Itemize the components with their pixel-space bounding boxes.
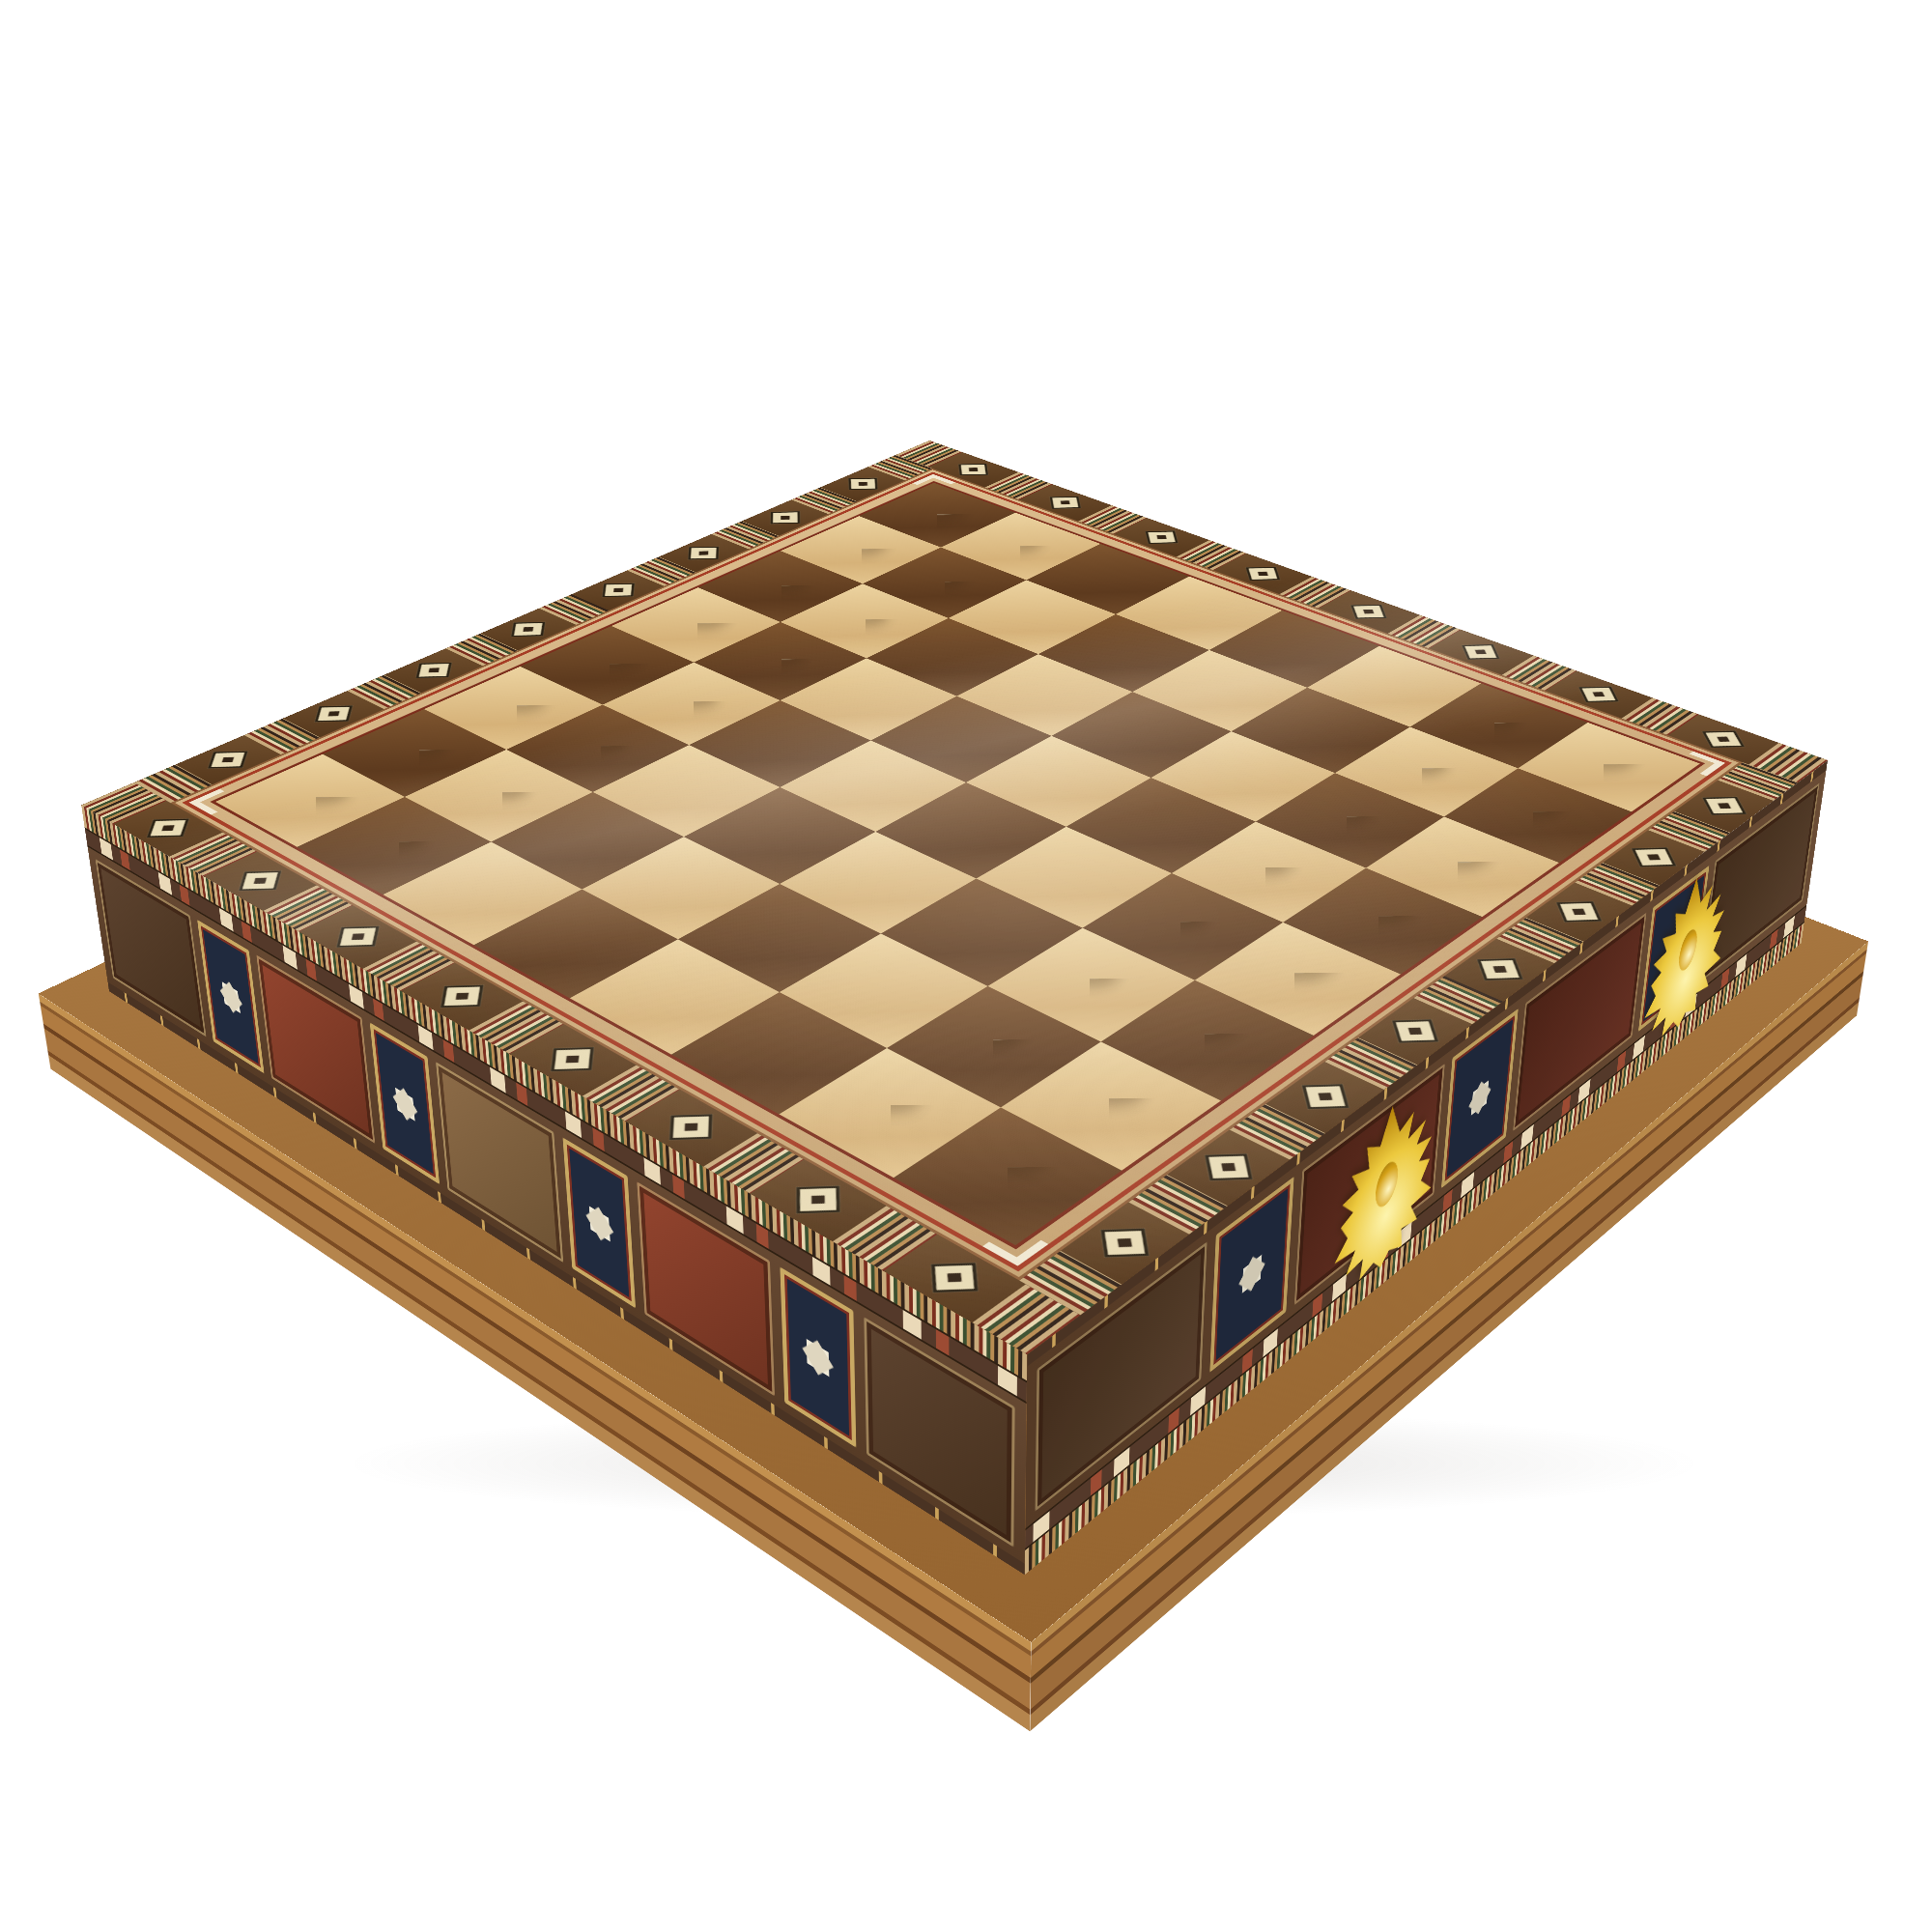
eight-point-star-inlay (217, 974, 244, 1020)
pawn-glyph: ♟ (346, 714, 451, 822)
chess-box: ♜♞♟♝♟♛♟♚♟♝♟♞♟♟♜♟♟♜♟♟♞♟♝♟♛♟♚♟♝♟♞♜ (81, 440, 1828, 1354)
eight-point-star-inlay (1466, 1072, 1492, 1123)
pawn-glyph: ♟ (451, 668, 554, 774)
piece-pedestal (280, 763, 351, 796)
eight-point-star-inlay (583, 1197, 614, 1249)
piece-pedestal (476, 768, 528, 792)
piece-pedestal (964, 1126, 1050, 1167)
piece-pedestal (372, 816, 426, 840)
rook-glyph: ♜ (916, 946, 1098, 1133)
eight-point-star-inlay (390, 1079, 419, 1128)
eight-point-star-inlay (1237, 1246, 1266, 1303)
piece-pedestal (860, 1076, 922, 1104)
photo-stage: ♜♞♟♝♟♛♟♚♟♝♟♞♟♟♜♟♟♜♟♟♞♟♝♟♛♟♚♟♝♟♞♜ (0, 0, 1932, 1932)
eight-point-star-inlay (802, 1330, 836, 1386)
